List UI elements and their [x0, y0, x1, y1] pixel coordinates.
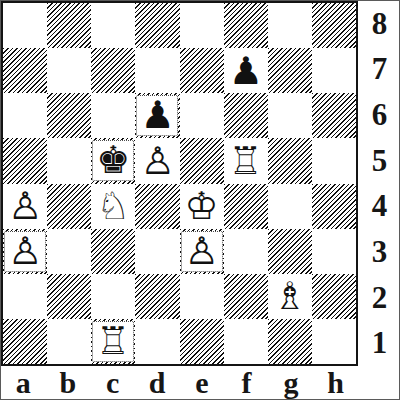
- black-pawn-f7[interactable]: ♟: [229, 52, 263, 90]
- square-e8[interactable]: [180, 3, 224, 48]
- file-label-f: f: [224, 366, 269, 400]
- square-a2[interactable]: [3, 274, 47, 319]
- square-d1[interactable]: [135, 319, 179, 364]
- square-e5[interactable]: [180, 138, 224, 183]
- square-b5[interactable]: [47, 138, 91, 183]
- file-label-g: g: [269, 366, 314, 400]
- square-g1[interactable]: [268, 319, 312, 364]
- file-label-c: c: [90, 366, 135, 400]
- square-g7[interactable]: [268, 48, 312, 93]
- square-e2[interactable]: [180, 274, 224, 319]
- square-c2[interactable]: [91, 274, 135, 319]
- square-h8[interactable]: [312, 3, 356, 48]
- square-h1[interactable]: [312, 319, 356, 364]
- square-g6[interactable]: [268, 93, 312, 138]
- rank-label-2: 2: [358, 275, 400, 321]
- square-a1[interactable]: [3, 319, 47, 364]
- square-b8[interactable]: [47, 3, 91, 48]
- square-b7[interactable]: [47, 48, 91, 93]
- square-a8[interactable]: [3, 3, 47, 48]
- rank-label-6: 6: [358, 92, 400, 138]
- white-king-e4[interactable]: ♔: [185, 187, 219, 225]
- white-rook-f5[interactable]: ♖: [229, 142, 263, 180]
- square-d5[interactable]: ♙: [135, 138, 179, 183]
- square-f2[interactable]: [224, 274, 268, 319]
- square-h6[interactable]: [312, 93, 356, 138]
- white-bishop-g2[interactable]: ♗: [273, 277, 307, 315]
- square-c4[interactable]: ♘: [91, 184, 135, 229]
- file-label-b: b: [46, 366, 91, 400]
- chess-diagram: ♟♟♚♙♖♙♘♔♙♙♗♖ 87654321 abcdefgh: [0, 0, 400, 400]
- square-c7[interactable]: [91, 48, 135, 93]
- square-g4[interactable]: [268, 184, 312, 229]
- square-f6[interactable]: [224, 93, 268, 138]
- square-h2[interactable]: [312, 274, 356, 319]
- square-b3[interactable]: [47, 229, 91, 274]
- rank-coordinates: 87654321: [358, 1, 400, 366]
- white-rook-c1[interactable]: ♖: [92, 321, 134, 362]
- file-coordinates: abcdefgh: [1, 366, 358, 400]
- white-pawn-a3[interactable]: ♙: [4, 231, 46, 272]
- square-a3[interactable]: ♙: [3, 229, 47, 274]
- square-e4[interactable]: ♔: [180, 184, 224, 229]
- square-g3[interactable]: [268, 229, 312, 274]
- square-b4[interactable]: [47, 184, 91, 229]
- square-f8[interactable]: [224, 3, 268, 48]
- square-a7[interactable]: [3, 48, 47, 93]
- rank-label-1: 1: [358, 320, 400, 366]
- white-pawn-d5[interactable]: ♙: [140, 142, 174, 180]
- rank-label-4: 4: [358, 184, 400, 230]
- square-h4[interactable]: [312, 184, 356, 229]
- square-d6[interactable]: ♟: [135, 93, 179, 138]
- square-f7[interactable]: ♟: [224, 48, 268, 93]
- rank-label-7: 7: [358, 47, 400, 93]
- black-pawn-d6[interactable]: ♟: [136, 95, 178, 136]
- square-f3[interactable]: [224, 229, 268, 274]
- square-c3[interactable]: [91, 229, 135, 274]
- chess-board: ♟♟♚♙♖♙♘♔♙♙♗♖: [1, 1, 358, 366]
- file-label-a: a: [1, 366, 46, 400]
- square-f5[interactable]: ♖: [224, 138, 268, 183]
- square-g2[interactable]: ♗: [268, 274, 312, 319]
- square-d4[interactable]: [135, 184, 179, 229]
- square-g8[interactable]: [268, 3, 312, 48]
- square-c5[interactable]: ♚: [91, 138, 135, 183]
- square-h3[interactable]: [312, 229, 356, 274]
- square-e7[interactable]: [180, 48, 224, 93]
- file-label-d: d: [135, 366, 180, 400]
- white-knight-c4[interactable]: ♘: [96, 187, 130, 225]
- square-b1[interactable]: [47, 319, 91, 364]
- square-d2[interactable]: [135, 274, 179, 319]
- square-f4[interactable]: [224, 184, 268, 229]
- rank-label-5: 5: [358, 138, 400, 184]
- white-pawn-a4[interactable]: ♙: [8, 187, 42, 225]
- file-label-e: e: [180, 366, 225, 400]
- rank-label-3: 3: [358, 229, 400, 275]
- square-h5[interactable]: [312, 138, 356, 183]
- square-f1[interactable]: [224, 319, 268, 364]
- square-d8[interactable]: [135, 3, 179, 48]
- square-b2[interactable]: [47, 274, 91, 319]
- square-c6[interactable]: [91, 93, 135, 138]
- black-king-c5[interactable]: ♚: [92, 140, 134, 181]
- square-b6[interactable]: [47, 93, 91, 138]
- square-a5[interactable]: [3, 138, 47, 183]
- square-d7[interactable]: [135, 48, 179, 93]
- square-e3[interactable]: ♙: [180, 229, 224, 274]
- rank-label-8: 8: [358, 1, 400, 47]
- square-h7[interactable]: [312, 48, 356, 93]
- square-g5[interactable]: [268, 138, 312, 183]
- square-c8[interactable]: [91, 3, 135, 48]
- square-c1[interactable]: ♖: [91, 319, 135, 364]
- square-a6[interactable]: [3, 93, 47, 138]
- square-a4[interactable]: ♙: [3, 184, 47, 229]
- white-pawn-e3[interactable]: ♙: [181, 231, 223, 272]
- square-e6[interactable]: [180, 93, 224, 138]
- file-label-h: h: [313, 366, 358, 400]
- square-d3[interactable]: [135, 229, 179, 274]
- square-e1[interactable]: [180, 319, 224, 364]
